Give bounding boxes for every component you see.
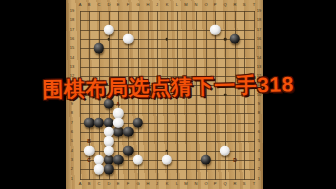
column-label-top: C bbox=[98, 2, 101, 6]
row-label-left: 15 bbox=[69, 46, 74, 50]
black-stone bbox=[230, 34, 240, 44]
column-label-top: A bbox=[78, 2, 81, 6]
column-label-bottom: H bbox=[146, 182, 149, 186]
column-label-top: J bbox=[156, 2, 158, 6]
row-label-left: 4 bbox=[70, 149, 72, 153]
black-stone bbox=[133, 117, 143, 127]
row-label-left: 18 bbox=[69, 18, 74, 22]
star-point bbox=[166, 149, 169, 152]
video-frame: AABBCCDDEEFFGGHHJJKKLLMMNNOOPPQQRRSSTT19… bbox=[0, 0, 336, 189]
row-label-left: 19 bbox=[69, 9, 74, 13]
white-stone bbox=[210, 24, 220, 34]
column-label-top: F bbox=[127, 2, 129, 6]
row-label-left: 5 bbox=[70, 139, 72, 143]
white-stone bbox=[113, 117, 123, 127]
black-stone bbox=[200, 155, 210, 165]
black-stone bbox=[113, 155, 123, 165]
column-label-bottom: L bbox=[175, 182, 177, 186]
row-label-left: 14 bbox=[69, 55, 74, 59]
row-label-left: 17 bbox=[69, 28, 74, 32]
star-point bbox=[107, 38, 110, 41]
column-label-bottom: F bbox=[127, 182, 129, 186]
row-label-right: 13 bbox=[256, 65, 261, 69]
row-label-right: 6 bbox=[258, 130, 260, 134]
white-stone bbox=[94, 164, 104, 174]
column-label-top: Q bbox=[223, 2, 226, 6]
row-label-left: 7 bbox=[70, 121, 72, 125]
white-stone bbox=[133, 155, 143, 165]
column-label-bottom: C bbox=[98, 182, 101, 186]
white-stone bbox=[162, 155, 172, 165]
column-label-bottom: D bbox=[107, 182, 110, 186]
row-label-left: 3 bbox=[70, 158, 72, 162]
black-stone bbox=[123, 127, 133, 137]
star-point bbox=[166, 38, 169, 41]
row-label-left: 16 bbox=[69, 37, 74, 41]
white-stone bbox=[104, 145, 114, 155]
move-option-marker: C bbox=[88, 157, 92, 162]
column-label-top: H bbox=[146, 2, 149, 6]
column-label-bottom: G bbox=[136, 182, 139, 186]
row-label-right: 15 bbox=[256, 46, 261, 50]
black-stone bbox=[94, 43, 104, 53]
column-label-bottom: Q bbox=[223, 182, 226, 186]
column-label-bottom: T bbox=[253, 182, 255, 186]
row-label-left: 1 bbox=[70, 176, 72, 180]
column-label-top: P bbox=[214, 2, 217, 6]
column-label-bottom: E bbox=[117, 182, 120, 186]
black-stone bbox=[123, 145, 133, 155]
column-label-bottom: B bbox=[88, 182, 91, 186]
column-label-bottom: S bbox=[243, 182, 246, 186]
black-stone bbox=[104, 164, 114, 174]
column-label-top: N bbox=[194, 2, 197, 6]
column-label-bottom: O bbox=[204, 182, 207, 186]
grid-line-horizontal bbox=[80, 179, 255, 180]
column-label-top: L bbox=[175, 2, 177, 6]
row-label-right: 19 bbox=[256, 9, 261, 13]
white-stone bbox=[84, 145, 94, 155]
column-label-top: M bbox=[185, 2, 188, 6]
grid-line-horizontal bbox=[80, 113, 255, 114]
column-label-top: B bbox=[88, 2, 91, 6]
column-label-top: R bbox=[233, 2, 236, 6]
row-label-right: 17 bbox=[256, 28, 261, 32]
column-label-top: T bbox=[253, 2, 255, 6]
column-label-bottom: N bbox=[194, 182, 197, 186]
title-overlay: 围棋布局选点猜下一手318 bbox=[42, 70, 294, 103]
move-option-marker: B bbox=[88, 139, 92, 144]
row-label-right: 4 bbox=[258, 149, 260, 153]
row-label-left: 2 bbox=[70, 167, 72, 171]
white-stone bbox=[123, 34, 133, 44]
row-label-right: 14 bbox=[256, 55, 261, 59]
row-label-right: 7 bbox=[258, 121, 260, 125]
row-label-right: 5 bbox=[258, 139, 260, 143]
column-label-top: S bbox=[243, 2, 246, 6]
column-label-bottom: K bbox=[166, 182, 169, 186]
row-label-right: 9 bbox=[258, 102, 260, 106]
column-label-top: D bbox=[107, 2, 110, 6]
column-label-bottom: J bbox=[156, 182, 158, 186]
row-label-left: 13 bbox=[69, 65, 74, 69]
row-label-right: 18 bbox=[256, 18, 261, 22]
move-option-marker: A bbox=[117, 102, 121, 107]
star-point bbox=[224, 38, 227, 41]
column-label-top: O bbox=[204, 2, 207, 6]
row-label-right: 8 bbox=[258, 111, 260, 115]
column-label-bottom: M bbox=[185, 182, 188, 186]
row-label-left: 6 bbox=[70, 130, 72, 134]
white-stone bbox=[220, 145, 230, 155]
column-label-bottom: P bbox=[214, 182, 217, 186]
column-label-top: G bbox=[136, 2, 139, 6]
row-label-right: 16 bbox=[256, 37, 261, 41]
row-label-right: 1 bbox=[258, 176, 260, 180]
column-label-top: K bbox=[166, 2, 169, 6]
column-label-bottom: A bbox=[78, 182, 81, 186]
row-label-left: 8 bbox=[70, 111, 72, 115]
column-label-top: E bbox=[117, 2, 120, 6]
row-label-right: 2 bbox=[258, 167, 260, 171]
column-label-bottom: R bbox=[233, 182, 236, 186]
row-label-right: 3 bbox=[258, 158, 260, 162]
white-stone bbox=[104, 24, 114, 34]
move-option-marker: D bbox=[233, 157, 237, 162]
